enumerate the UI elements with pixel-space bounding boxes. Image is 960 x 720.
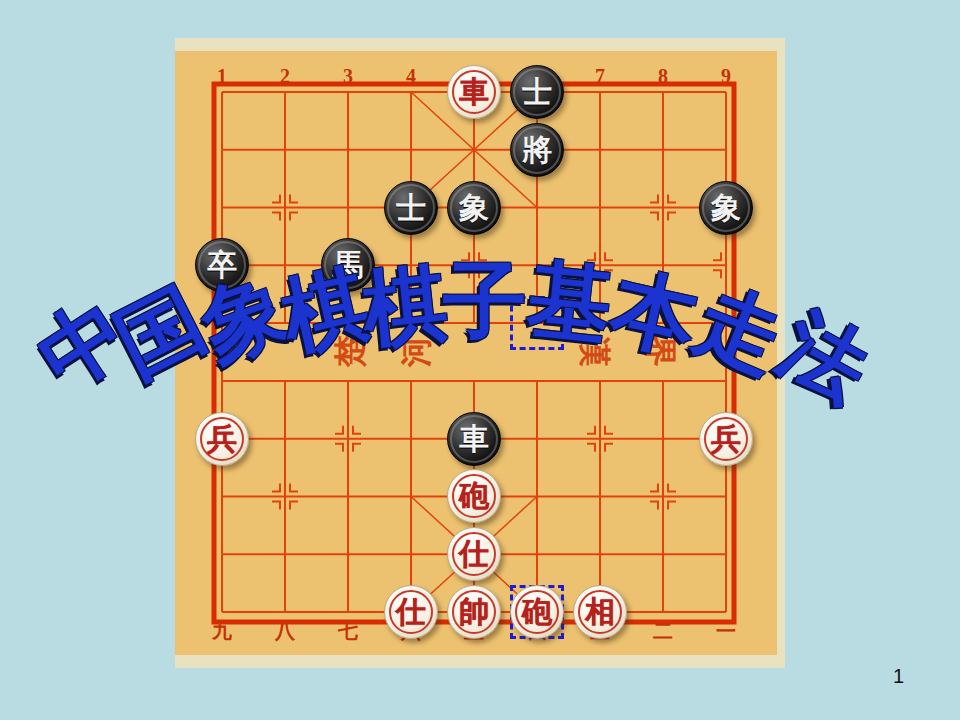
piece-red-advisor[interactable]: 仕	[384, 585, 438, 639]
piece-black-elephant[interactable]: 象	[699, 181, 753, 235]
piece-red-cannon[interactable]: 砲	[447, 469, 501, 523]
piece-glyph: 將	[522, 135, 552, 165]
piece-black-advisor[interactable]: 士	[510, 65, 564, 119]
title-char: 子	[443, 259, 527, 343]
piece-red-general[interactable]: 帥	[447, 585, 501, 639]
file-label-bottom: 七	[338, 621, 358, 641]
piece-glyph: 車	[459, 77, 489, 107]
piece-glyph: 士	[396, 193, 426, 223]
title-char: 棋	[359, 260, 451, 352]
piece-glyph: 相	[585, 597, 615, 627]
file-label-top: 4	[406, 66, 416, 86]
piece-black-elephant[interactable]: 象	[447, 181, 501, 235]
file-label-top: 7	[595, 66, 605, 86]
piece-red-soldier[interactable]: 兵	[195, 412, 249, 466]
file-label-top: 2	[280, 66, 290, 86]
piece-red-chariot[interactable]: 車	[447, 65, 501, 119]
title-char: 基	[524, 256, 616, 348]
piece-glyph: 砲	[522, 597, 552, 627]
piece-red-elephant[interactable]: 相	[573, 585, 627, 639]
piece-glyph: 砲	[459, 481, 489, 511]
piece-red-cannon[interactable]: 砲	[510, 585, 564, 639]
slide: { "slide": { "title": "中国象棋棋子基本走法", "pag…	[0, 0, 960, 720]
page-number: 1	[893, 665, 904, 688]
piece-glyph: 車	[459, 424, 489, 454]
piece-red-advisor[interactable]: 仕	[447, 527, 501, 581]
piece-glyph: 象	[711, 193, 741, 223]
piece-glyph: 象	[459, 193, 489, 223]
piece-glyph: 兵	[207, 424, 237, 454]
piece-glyph: 兵	[711, 424, 741, 454]
file-label-bottom: 一	[716, 621, 736, 641]
file-label-top: 9	[721, 66, 731, 86]
file-label-top: 8	[658, 66, 668, 86]
piece-black-advisor[interactable]: 士	[384, 181, 438, 235]
file-label-top: 3	[343, 66, 353, 86]
file-label-top: 1	[217, 66, 227, 86]
piece-black-general[interactable]: 將	[510, 123, 564, 177]
piece-black-chariot[interactable]: 車	[447, 412, 501, 466]
file-label-bottom: 二	[653, 621, 673, 641]
piece-glyph: 仕	[396, 597, 426, 627]
piece-glyph: 士	[522, 77, 552, 107]
file-label-bottom: 八	[275, 621, 295, 641]
piece-glyph: 帥	[459, 597, 489, 627]
piece-glyph: 仕	[459, 539, 489, 569]
piece-red-soldier[interactable]: 兵	[699, 412, 753, 466]
file-label-bottom: 九	[212, 621, 232, 641]
